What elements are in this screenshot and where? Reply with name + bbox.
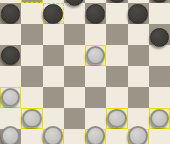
square-r5c0[interactable]	[0, 87, 21, 108]
square-r7c4[interactable]	[85, 129, 106, 144]
square-r6c5[interactable]	[106, 108, 127, 129]
black-man[interactable]	[1, 4, 21, 24]
white-man[interactable]	[86, 46, 106, 66]
square-r5c6[interactable]	[128, 87, 149, 108]
black-man[interactable]	[128, 4, 148, 24]
white-man[interactable]	[22, 109, 42, 129]
square-r4c7[interactable]	[149, 66, 170, 87]
square-r5c5[interactable]	[106, 87, 127, 108]
square-r1c5[interactable]	[106, 3, 127, 24]
white-man[interactable]	[1, 126, 21, 144]
square-r3c0[interactable]	[0, 45, 21, 66]
square-r4c6[interactable]	[128, 66, 149, 87]
white-man[interactable]	[1, 88, 21, 108]
square-r1c0[interactable]	[0, 3, 21, 24]
square-r4c1[interactable]	[21, 66, 42, 87]
square-r2c2[interactable]	[43, 24, 64, 45]
square-r1c1[interactable]	[21, 3, 42, 24]
square-r6c7[interactable]	[149, 108, 170, 129]
white-man[interactable]	[43, 126, 63, 144]
square-r1c3[interactable]	[64, 3, 85, 24]
square-r6c1[interactable]	[21, 108, 42, 129]
black-man[interactable]	[150, 0, 170, 3]
square-r4c3[interactable]	[64, 66, 85, 87]
square-r4c4[interactable]	[85, 66, 106, 87]
square-r3c6[interactable]	[128, 45, 149, 66]
square-r3c2[interactable]	[43, 45, 64, 66]
square-r7c7[interactable]	[149, 129, 170, 144]
square-r1c6[interactable]	[128, 3, 149, 24]
square-r7c1[interactable]	[21, 129, 42, 144]
white-man[interactable]	[150, 109, 170, 129]
square-r6c3[interactable]	[64, 108, 85, 129]
black-man[interactable]	[107, 0, 127, 3]
square-r5c2[interactable]	[43, 87, 64, 108]
white-man[interactable]	[107, 109, 127, 129]
square-r2c6[interactable]	[128, 24, 149, 45]
square-r2c3[interactable]	[64, 24, 85, 45]
board-viewport	[0, 0, 170, 144]
square-r3c3[interactable]	[64, 45, 85, 66]
square-r5c7[interactable]	[149, 87, 170, 108]
square-r2c1[interactable]	[21, 24, 42, 45]
black-man[interactable]	[150, 28, 170, 48]
square-r4c0[interactable]	[0, 66, 21, 87]
square-r7c2[interactable]	[43, 129, 64, 144]
square-r5c1[interactable]	[21, 87, 42, 108]
square-r7c0[interactable]	[0, 129, 21, 144]
square-r1c2[interactable]	[43, 3, 64, 24]
square-r3c7[interactable]	[149, 45, 170, 66]
square-r2c7[interactable]	[149, 24, 170, 45]
square-r7c6[interactable]	[128, 129, 149, 144]
square-r4c2[interactable]	[43, 66, 64, 87]
square-r2c0[interactable]	[0, 24, 21, 45]
square-r7c3[interactable]	[64, 129, 85, 144]
square-r3c1[interactable]	[21, 45, 42, 66]
black-man[interactable]	[43, 4, 63, 24]
square-r4c5[interactable]	[106, 66, 127, 87]
black-man[interactable]	[1, 46, 21, 66]
black-man[interactable]	[86, 4, 106, 24]
square-r5c3[interactable]	[64, 87, 85, 108]
board	[0, 0, 170, 144]
square-r1c7[interactable]	[149, 3, 170, 24]
square-r1c4[interactable]	[85, 3, 106, 24]
square-r2c4[interactable]	[85, 24, 106, 45]
square-r0c3[interactable]	[64, 0, 85, 3]
square-r5c4[interactable]	[85, 87, 106, 108]
white-man[interactable]	[128, 126, 148, 144]
square-r2c5[interactable]	[106, 24, 127, 45]
square-r7c5[interactable]	[106, 129, 127, 144]
square-r3c4[interactable]	[85, 45, 106, 66]
square-r3c5[interactable]	[106, 45, 127, 66]
white-man[interactable]	[86, 126, 106, 144]
